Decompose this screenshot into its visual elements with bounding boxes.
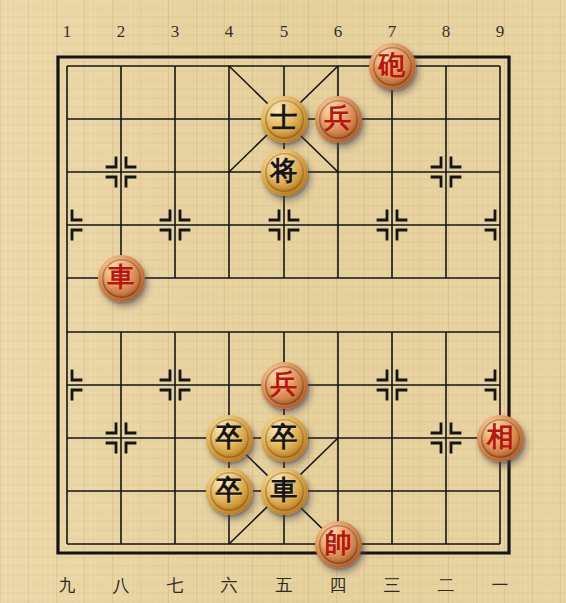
file-label-top-4: 4	[202, 22, 256, 42]
black-soldier[interactable]: 卒	[206, 415, 253, 462]
piece-character: 卒	[216, 424, 243, 451]
file-label-bottom-5: 五	[257, 574, 311, 597]
piece-character: 車	[271, 477, 298, 504]
file-label-bottom-8: 二	[419, 574, 473, 597]
file-label-bottom-4: 六	[202, 574, 256, 597]
piece-character: 相	[487, 424, 514, 451]
piece-character: 将	[271, 158, 298, 185]
file-label-bottom-6: 四	[311, 574, 365, 597]
piece-character: 兵	[271, 371, 298, 398]
black-general[interactable]: 将	[261, 149, 308, 196]
file-label-bottom-1: 九	[40, 574, 94, 597]
file-label-top-1: 1	[40, 22, 94, 42]
red-chariot[interactable]: 車	[98, 255, 145, 302]
file-label-bottom-9: 一	[473, 574, 527, 597]
red-soldier[interactable]: 兵	[261, 362, 308, 409]
file-label-top-2: 2	[94, 22, 148, 42]
piece-character: 帥	[325, 530, 352, 557]
xiangqi-app: 123456789 九八七六五四三二一 砲士兵将車兵卒卒相卒車帥	[0, 0, 566, 603]
file-label-top-8: 8	[419, 22, 473, 42]
red-elephant[interactable]: 相	[477, 415, 524, 462]
piece-character: 兵	[325, 105, 352, 132]
red-soldier[interactable]: 兵	[315, 96, 362, 143]
piece-character: 卒	[216, 477, 243, 504]
piece-character: 砲	[379, 52, 406, 79]
piece-character: 卒	[271, 424, 298, 451]
black-chariot[interactable]: 車	[261, 468, 308, 515]
piece-character: 士	[271, 105, 298, 132]
black-soldier[interactable]: 卒	[261, 415, 308, 462]
file-label-top-6: 6	[311, 22, 365, 42]
file-label-top-3: 3	[148, 22, 202, 42]
file-label-top-9: 9	[473, 22, 527, 42]
file-label-top-7: 7	[365, 22, 419, 42]
black-advisor[interactable]: 士	[261, 96, 308, 143]
file-label-bottom-3: 七	[148, 574, 202, 597]
red-general[interactable]: 帥	[315, 521, 362, 568]
file-label-bottom-2: 八	[94, 574, 148, 597]
black-soldier[interactable]: 卒	[206, 468, 253, 515]
file-label-bottom-7: 三	[365, 574, 419, 597]
piece-character: 車	[108, 264, 135, 291]
red-cannon[interactable]: 砲	[369, 43, 416, 90]
file-label-top-5: 5	[257, 22, 311, 42]
